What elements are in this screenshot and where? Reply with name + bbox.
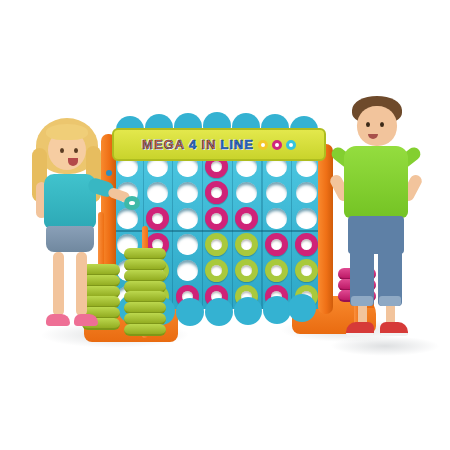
girl-leg [76, 252, 87, 316]
cyan-ring-icon [286, 140, 296, 150]
cell-r5-c5[interactable] [232, 257, 262, 283]
green-ring [295, 259, 318, 282]
magenta-ring [295, 233, 318, 256]
cell-r5-c6[interactable] [262, 257, 292, 283]
girl-shoe [74, 314, 98, 326]
boy-figure [336, 96, 436, 341]
magenta-ring-icon [272, 140, 282, 150]
empty-hole [296, 182, 317, 203]
green-ring [235, 233, 258, 256]
cell-r5-c3[interactable] [172, 257, 202, 283]
magenta-ring [205, 207, 228, 230]
magenta-ring [205, 181, 228, 204]
empty-hole [177, 182, 198, 203]
boy-ankle [386, 306, 395, 322]
yellow-ring-icon [258, 140, 268, 150]
cell-r2-c4[interactable] [202, 179, 232, 205]
cell-r2-c7[interactable] [291, 179, 321, 205]
green-ring [235, 259, 258, 282]
boy-eye [380, 122, 384, 127]
banner-word-1: 4 [189, 137, 197, 152]
banner-word-3: LINE [220, 137, 254, 152]
boy-ankle [358, 306, 367, 322]
product-photo-scene: MEGA4INLINE [0, 0, 450, 450]
boy-tshirt [344, 146, 408, 218]
empty-hole [266, 182, 287, 203]
cell-r4-c7[interactable] [291, 231, 321, 257]
cell-r3-c6[interactable] [262, 205, 292, 231]
girl-shoe [46, 314, 70, 326]
boy-face [357, 106, 397, 146]
cell-r4-c6[interactable] [262, 231, 292, 257]
green-ring [205, 233, 228, 256]
cell-r2-c5[interactable] [232, 179, 262, 205]
magenta-ring [235, 207, 258, 230]
banner-word-2: IN [201, 137, 216, 152]
empty-hole [266, 208, 287, 229]
green-ring [265, 259, 288, 282]
girl-leg [53, 252, 64, 316]
magenta-ring [265, 233, 288, 256]
cell-r2-c6[interactable] [262, 179, 292, 205]
empty-hole [296, 208, 317, 229]
boy-eye [366, 122, 370, 127]
girl-eye [60, 148, 64, 153]
bottom-wave [234, 297, 262, 325]
cell-r4-c4[interactable] [202, 231, 232, 257]
empty-hole [236, 182, 257, 203]
empty-hole [177, 234, 198, 255]
cell-r5-c4[interactable] [202, 257, 232, 283]
cell-r5-c7[interactable] [291, 257, 321, 283]
boy-jeans [348, 216, 404, 254]
girl-figure [22, 118, 152, 333]
held-teal-ring[interactable] [124, 196, 140, 210]
right-frame-rail [318, 144, 333, 314]
bottom-wave [205, 298, 233, 326]
bottom-wave [176, 298, 204, 326]
cell-r3-c3[interactable] [172, 205, 202, 231]
girl-denim-shorts [46, 226, 94, 252]
cell-r4-c5[interactable] [232, 231, 262, 257]
green-ring [205, 259, 228, 282]
empty-hole [177, 208, 198, 229]
bottom-wave [288, 294, 316, 322]
cell-r3-c4[interactable] [202, 205, 232, 231]
cell-r4-c3[interactable] [172, 231, 202, 257]
boy-jeans-cuff [379, 296, 401, 306]
cell-r3-c5[interactable] [232, 205, 262, 231]
girl-eye [74, 148, 78, 153]
boy-jeans-cuff [351, 296, 373, 306]
bottom-wave [263, 296, 291, 324]
girl-bangs [46, 124, 88, 140]
boy-shoe [346, 322, 374, 336]
empty-hole [177, 260, 198, 281]
boy-shoe [380, 322, 408, 336]
cell-r3-c7[interactable] [291, 205, 321, 231]
cell-r2-c3[interactable] [172, 179, 202, 205]
